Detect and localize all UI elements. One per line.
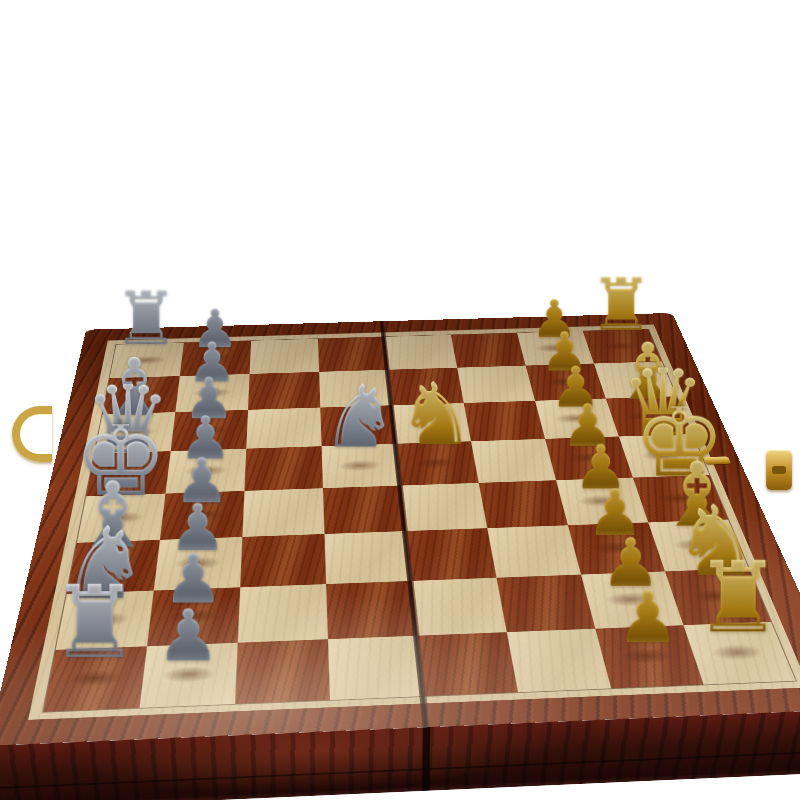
square <box>180 341 251 376</box>
square <box>517 331 594 366</box>
brass-handle-icon <box>12 406 52 462</box>
brass-clasp-icon <box>766 450 792 490</box>
square <box>250 339 319 374</box>
piece-reflection <box>154 663 223 686</box>
box-lid-seam <box>0 750 800 789</box>
square <box>385 335 457 370</box>
piece-reflection <box>172 506 231 523</box>
product-photo: ♜♟♟♜♟♟♝♟♟♝♛♟♞♞♟♛♚♟♟♚♝♟♟♝♞♟♟♞♜♟♟♜ <box>0 0 800 800</box>
piece-reflection <box>81 557 145 576</box>
square <box>322 444 401 488</box>
square <box>619 434 710 478</box>
square <box>246 408 321 449</box>
piece-reflection <box>664 536 729 554</box>
square <box>320 405 396 446</box>
fold-seam-front <box>422 727 430 791</box>
piece-reflection <box>648 490 710 507</box>
square <box>535 399 619 439</box>
square <box>318 337 388 372</box>
square <box>248 372 320 410</box>
square <box>594 361 677 398</box>
square <box>396 441 478 485</box>
piece-reflection <box>60 667 131 690</box>
square <box>171 410 248 451</box>
square <box>464 401 545 442</box>
square <box>388 368 463 406</box>
square <box>319 370 392 408</box>
chess-board: ♜♟♟♜♟♟♝♟♟♝♛♟♞♞♟♛♚♟♟♚♝♟♟♝♞♟♟♞♜♟♟♜ <box>0 313 800 746</box>
square <box>175 374 249 412</box>
square <box>526 364 606 401</box>
square <box>392 403 471 444</box>
square <box>457 366 535 403</box>
square <box>102 376 179 414</box>
square <box>606 396 692 436</box>
board-top-face: ♜♟♟♜♟♟♝♟♟♝♛♟♞♞♟♛♚♟♟♚♝♟♟♝♞♟♟♞♜♟♟♜ <box>0 313 800 746</box>
piece-reflection <box>91 509 152 527</box>
piece-reflection <box>612 645 683 667</box>
square <box>244 446 323 491</box>
piece-silver-rook: ♜ <box>41 571 148 681</box>
piece-reflection <box>682 586 750 606</box>
piece-reflection <box>701 641 773 663</box>
piece-reflection <box>167 554 229 573</box>
square <box>471 439 556 483</box>
square <box>451 333 526 368</box>
square <box>583 329 662 363</box>
square <box>110 343 184 379</box>
square <box>545 436 633 480</box>
square <box>95 412 176 454</box>
piece-reflection <box>161 606 226 627</box>
